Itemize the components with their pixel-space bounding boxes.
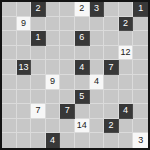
cell-r8c7[interactable] xyxy=(90,104,105,119)
cell-r3c2[interactable] xyxy=(17,31,32,46)
cell-r8c6[interactable] xyxy=(75,104,90,119)
cell-r3c7[interactable] xyxy=(90,31,105,46)
cell-r1c10[interactable]: 1 xyxy=(133,2,148,17)
cell-r4c6[interactable] xyxy=(75,46,90,61)
cell-r1c7[interactable]: 3 xyxy=(90,2,105,17)
cell-r6c5[interactable] xyxy=(60,75,75,90)
cell-r10c5[interactable] xyxy=(60,133,75,148)
cell-r9c8[interactable]: 2 xyxy=(104,119,119,134)
cell-r4c3[interactable] xyxy=(31,46,46,61)
cell-r10c6[interactable] xyxy=(75,133,90,148)
cell-r1c6[interactable]: 2 xyxy=(75,2,90,17)
cell-r6c4[interactable]: 9 xyxy=(46,75,61,90)
cell-r3c6[interactable]: 6 xyxy=(75,31,90,46)
cell-r8c10[interactable] xyxy=(133,104,148,119)
cell-r6c8[interactable] xyxy=(104,75,119,90)
cell-r9c4[interactable] xyxy=(46,119,61,134)
cell-r1c2[interactable] xyxy=(17,2,32,17)
cell-r1c1[interactable] xyxy=(2,2,17,17)
cell-r7c5[interactable] xyxy=(60,90,75,105)
cell-r3c1[interactable] xyxy=(2,31,17,46)
cell-r10c10[interactable]: 3 xyxy=(133,133,148,148)
cell-r2c1[interactable] xyxy=(2,17,17,32)
cell-r2c5[interactable] xyxy=(60,17,75,32)
cell-r2c7[interactable] xyxy=(90,17,105,32)
cell-r9c6[interactable]: 14 xyxy=(75,119,90,134)
cell-r6c7[interactable]: 4 xyxy=(90,75,105,90)
cell-r7c3[interactable] xyxy=(31,90,46,105)
cell-r7c1[interactable] xyxy=(2,90,17,105)
cell-r4c1[interactable] xyxy=(2,46,17,61)
cell-r5c10[interactable] xyxy=(133,60,148,75)
cell-r9c9[interactable] xyxy=(119,119,134,134)
cell-r4c4[interactable] xyxy=(46,46,61,61)
cell-r4c9[interactable]: 12 xyxy=(119,46,134,61)
cell-r5c6[interactable]: 4 xyxy=(75,60,90,75)
cell-r1c8[interactable] xyxy=(104,2,119,17)
cell-r5c4[interactable] xyxy=(46,60,61,75)
cell-r5c5[interactable] xyxy=(60,60,75,75)
cell-r9c3[interactable] xyxy=(31,119,46,134)
cell-r7c8[interactable] xyxy=(104,90,119,105)
cell-r9c10[interactable] xyxy=(133,119,148,134)
cell-r3c8[interactable] xyxy=(104,31,119,46)
cell-r5c1[interactable] xyxy=(2,60,17,75)
cell-r2c6[interactable] xyxy=(75,17,90,32)
cell-r1c5[interactable] xyxy=(60,2,75,17)
cell-r10c2[interactable] xyxy=(17,133,32,148)
cell-r9c1[interactable] xyxy=(2,119,17,134)
cell-r7c4[interactable] xyxy=(46,90,61,105)
cell-r2c8[interactable] xyxy=(104,17,119,32)
cell-r1c4[interactable] xyxy=(46,2,61,17)
cell-r9c2[interactable] xyxy=(17,119,32,134)
cell-r4c8[interactable] xyxy=(104,46,119,61)
cell-r8c3[interactable]: 7 xyxy=(31,104,46,119)
cell-r8c9[interactable]: 4 xyxy=(119,104,134,119)
cell-r6c2[interactable] xyxy=(17,75,32,90)
cell-r8c4[interactable] xyxy=(46,104,61,119)
cell-r7c6[interactable]: 5 xyxy=(75,90,90,105)
cell-r6c9[interactable] xyxy=(119,75,134,90)
cell-r8c8[interactable] xyxy=(104,104,119,119)
cell-r9c7[interactable] xyxy=(90,119,105,134)
cell-r6c10[interactable] xyxy=(133,75,148,90)
cell-r8c1[interactable] xyxy=(2,104,17,119)
cell-r5c2[interactable]: 13 xyxy=(17,60,32,75)
cell-r2c10[interactable] xyxy=(133,17,148,32)
cell-r8c2[interactable] xyxy=(17,104,32,119)
cell-r2c4[interactable] xyxy=(46,17,61,32)
cell-r5c9[interactable] xyxy=(119,60,134,75)
cell-r5c7[interactable] xyxy=(90,60,105,75)
cell-r4c5[interactable] xyxy=(60,46,75,61)
cell-r2c3[interactable] xyxy=(31,17,46,32)
cell-r5c3[interactable] xyxy=(31,60,46,75)
cell-r10c7[interactable] xyxy=(90,133,105,148)
cell-r7c2[interactable] xyxy=(17,90,32,105)
cell-r3c4[interactable] xyxy=(46,31,61,46)
cell-r10c9[interactable] xyxy=(119,133,134,148)
cell-r10c1[interactable] xyxy=(2,133,17,148)
cell-r3c9[interactable] xyxy=(119,31,134,46)
cell-r4c10[interactable] xyxy=(133,46,148,61)
cell-r10c8[interactable] xyxy=(104,133,119,148)
cell-r6c3[interactable] xyxy=(31,75,46,90)
cell-r9c5[interactable] xyxy=(60,119,75,134)
cell-r2c9[interactable]: 2 xyxy=(119,17,134,32)
cell-r2c2[interactable]: 9 xyxy=(17,17,32,32)
cell-r7c10[interactable] xyxy=(133,90,148,105)
cell-r1c9[interactable] xyxy=(119,2,134,17)
cell-r3c3[interactable]: 1 xyxy=(31,31,46,46)
puzzle-board: 2231921612134794577414243 xyxy=(0,0,150,150)
cell-r4c7[interactable] xyxy=(90,46,105,61)
cell-r8c5[interactable]: 7 xyxy=(60,104,75,119)
cell-r4c2[interactable] xyxy=(17,46,32,61)
cell-r10c4[interactable]: 4 xyxy=(46,133,61,148)
cell-r3c10[interactable] xyxy=(133,31,148,46)
cell-r7c9[interactable] xyxy=(119,90,134,105)
cell-r1c3[interactable]: 2 xyxy=(31,2,46,17)
cell-r6c1[interactable] xyxy=(2,75,17,90)
cell-r10c3[interactable] xyxy=(31,133,46,148)
cell-r3c5[interactable] xyxy=(60,31,75,46)
cell-r5c8[interactable]: 7 xyxy=(104,60,119,75)
cell-r7c7[interactable] xyxy=(90,90,105,105)
cell-r6c6[interactable] xyxy=(75,75,90,90)
